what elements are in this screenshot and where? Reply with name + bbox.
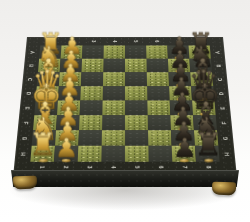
square-h5[interactable]: [125, 146, 149, 162]
square-e6[interactable]: [147, 100, 170, 115]
square-a4[interactable]: [104, 46, 125, 59]
square-b4[interactable]: [103, 59, 125, 73]
board-foot-right: [212, 182, 236, 196]
square-h1[interactable]: ♜: [30, 146, 55, 162]
file-label-right-H: H: [221, 149, 233, 158]
square-a5[interactable]: [125, 46, 146, 59]
square-d3[interactable]: [80, 86, 103, 100]
board-grid: ♜♟♟♜♞♟♟♞♝♟♟♝♛♟♟♛♚♟♟♚♝♟♟♝♞♟♟♞♜♟♟♜: [30, 46, 219, 162]
square-e5[interactable]: [125, 100, 148, 115]
square-c5[interactable]: [125, 72, 147, 86]
square-h7[interactable]: ♟: [172, 146, 196, 162]
square-h6[interactable]: [148, 146, 172, 162]
piece-white-rook[interactable]: ♜: [28, 129, 56, 161]
square-h2[interactable]: ♟: [54, 146, 78, 162]
square-f5[interactable]: [125, 115, 148, 130]
square-h3[interactable]: [78, 146, 102, 162]
file-label-left-H: H: [17, 149, 29, 158]
square-f6[interactable]: [148, 115, 171, 130]
square-e3[interactable]: [80, 100, 103, 115]
square-c3[interactable]: [81, 72, 103, 86]
square-b5[interactable]: [125, 59, 147, 73]
rank-label-top-4: 4: [109, 38, 119, 45]
square-h8[interactable]: ♜: [195, 146, 220, 162]
square-c6[interactable]: [147, 72, 169, 86]
square-c4[interactable]: [103, 72, 125, 86]
square-g5[interactable]: [125, 130, 148, 146]
piece-black-rook[interactable]: ♜: [194, 129, 222, 161]
square-b6[interactable]: [146, 59, 168, 73]
square-h4[interactable]: [101, 146, 125, 162]
piece-black-pawn[interactable]: ♟: [173, 135, 196, 161]
rank-label-top-5: 5: [131, 38, 141, 45]
piece-white-pawn[interactable]: ♟: [54, 135, 77, 161]
rank-label-top-3: 3: [88, 38, 98, 45]
square-b3[interactable]: [81, 59, 103, 73]
board-foot-left: [13, 176, 37, 190]
square-f4[interactable]: [102, 115, 125, 130]
board-perspective: ♜♟♟♜♞♟♟♞♝♟♟♝♛♟♟♛♚♟♟♚♝♟♟♝♞♟♟♞♜♟♟♜ AABBCCD…: [27, 37, 223, 222]
square-e4[interactable]: [102, 100, 125, 115]
chess-board: ♜♟♟♜♞♟♟♞♝♟♟♝♛♟♟♛♚♟♟♚♝♟♟♝♞♟♟♞♜♟♟♜ AABBCCD…: [13, 37, 236, 173]
square-d5[interactable]: [125, 86, 147, 100]
square-g6[interactable]: [148, 130, 172, 146]
square-g3[interactable]: [78, 130, 102, 146]
square-d6[interactable]: [147, 86, 170, 100]
square-a3[interactable]: [82, 46, 104, 59]
product-photo: ♜♟♟♜♞♟♟♞♝♟♟♝♛♟♟♛♚♟♟♚♝♟♟♝♞♟♟♞♜♟♟♜ AABBCCD…: [0, 0, 250, 222]
rank-label-top-6: 6: [152, 38, 162, 45]
square-d4[interactable]: [103, 86, 125, 100]
square-a6[interactable]: [146, 46, 168, 59]
board-front-edge: [11, 170, 239, 187]
square-g4[interactable]: [102, 130, 125, 146]
square-f3[interactable]: [79, 115, 102, 130]
